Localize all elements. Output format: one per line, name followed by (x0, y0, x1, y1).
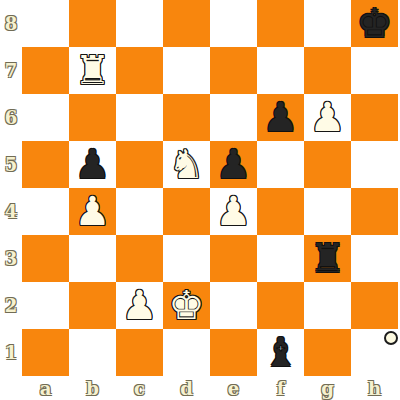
rank-label-6: 6 (0, 94, 22, 141)
square-f4[interactable] (257, 188, 304, 235)
square-g4[interactable] (304, 188, 351, 235)
square-f3[interactable] (257, 235, 304, 282)
square-e4[interactable]: ♟ (210, 188, 257, 235)
square-e1[interactable] (210, 329, 257, 376)
square-a7[interactable] (22, 47, 69, 94)
square-a1[interactable] (22, 329, 69, 376)
rank-label-7: 7 (0, 47, 22, 94)
square-g8[interactable] (304, 0, 351, 47)
square-d4[interactable] (163, 188, 210, 235)
square-d8[interactable] (163, 0, 210, 47)
square-b7[interactable]: ♜ (69, 47, 116, 94)
piece-black-king[interactable]: ♚ (357, 0, 393, 47)
square-f5[interactable] (257, 141, 304, 188)
square-g2[interactable] (304, 282, 351, 329)
square-e7[interactable] (210, 47, 257, 94)
square-a6[interactable] (22, 94, 69, 141)
piece-black-pawn[interactable]: ♟ (75, 141, 111, 188)
piece-black-pawn[interactable]: ♟ (263, 94, 299, 141)
square-c1[interactable] (116, 329, 163, 376)
square-g1[interactable] (304, 329, 351, 376)
rank-label-5: 5 (0, 141, 22, 188)
square-a2[interactable] (22, 282, 69, 329)
rank-label-1: 1 (0, 329, 22, 376)
square-e6[interactable] (210, 94, 257, 141)
square-d6[interactable] (163, 94, 210, 141)
square-g5[interactable] (304, 141, 351, 188)
square-e2[interactable] (210, 282, 257, 329)
square-h8[interactable]: ♚ (351, 0, 398, 47)
piece-white-pawn[interactable]: ♟ (122, 282, 158, 329)
square-a3[interactable] (22, 235, 69, 282)
square-h6[interactable] (351, 94, 398, 141)
square-a5[interactable] (22, 141, 69, 188)
file-label-b: b (69, 376, 116, 400)
square-f2[interactable] (257, 282, 304, 329)
square-h5[interactable] (351, 141, 398, 188)
square-e3[interactable] (210, 235, 257, 282)
file-label-e: e (210, 376, 257, 400)
file-labels: abcdefgh (22, 376, 398, 400)
file-label-c: c (116, 376, 163, 400)
piece-white-rook[interactable]: ♜ (75, 47, 111, 94)
rank-label-2: 2 (0, 282, 22, 329)
turn-indicator (384, 331, 398, 345)
board: ♚♜♟♟♟♞♟♟♟♜♟♚♝ (22, 0, 398, 376)
square-c6[interactable] (116, 94, 163, 141)
piece-black-bishop[interactable]: ♝ (263, 329, 299, 376)
square-b8[interactable] (69, 0, 116, 47)
rank-label-8: 8 (0, 0, 22, 47)
square-c8[interactable] (116, 0, 163, 47)
square-b5[interactable]: ♟ (69, 141, 116, 188)
square-b6[interactable] (69, 94, 116, 141)
piece-white-king[interactable]: ♚ (169, 282, 205, 329)
square-d7[interactable] (163, 47, 210, 94)
square-e8[interactable] (210, 0, 257, 47)
square-g6[interactable]: ♟ (304, 94, 351, 141)
square-f6[interactable]: ♟ (257, 94, 304, 141)
square-c5[interactable] (116, 141, 163, 188)
square-b2[interactable] (69, 282, 116, 329)
square-d3[interactable] (163, 235, 210, 282)
square-c3[interactable] (116, 235, 163, 282)
square-c2[interactable]: ♟ (116, 282, 163, 329)
square-c4[interactable] (116, 188, 163, 235)
chess-diagram: 87654321 ♚♜♟♟♟♞♟♟♟♜♟♚♝ abcdefgh (0, 0, 400, 400)
square-e5[interactable]: ♟ (210, 141, 257, 188)
file-label-g: g (304, 376, 351, 400)
square-f1[interactable]: ♝ (257, 329, 304, 376)
piece-black-rook[interactable]: ♜ (310, 235, 346, 282)
square-c7[interactable] (116, 47, 163, 94)
square-g3[interactable]: ♜ (304, 235, 351, 282)
file-label-h: h (351, 376, 398, 400)
file-label-a: a (22, 376, 69, 400)
square-h3[interactable] (351, 235, 398, 282)
piece-white-pawn[interactable]: ♟ (310, 94, 346, 141)
square-d2[interactable]: ♚ (163, 282, 210, 329)
rank-label-4: 4 (0, 188, 22, 235)
piece-white-pawn[interactable]: ♟ (216, 188, 252, 235)
square-h7[interactable] (351, 47, 398, 94)
square-d5[interactable]: ♞ (163, 141, 210, 188)
rank-label-3: 3 (0, 235, 22, 282)
square-b1[interactable] (69, 329, 116, 376)
piece-white-pawn[interactable]: ♟ (75, 188, 111, 235)
file-label-f: f (257, 376, 304, 400)
square-b4[interactable]: ♟ (69, 188, 116, 235)
square-a4[interactable] (22, 188, 69, 235)
file-label-d: d (163, 376, 210, 400)
square-d1[interactable] (163, 329, 210, 376)
square-h4[interactable] (351, 188, 398, 235)
piece-white-knight[interactable]: ♞ (169, 141, 205, 188)
square-b3[interactable] (69, 235, 116, 282)
square-f7[interactable] (257, 47, 304, 94)
rank-labels: 87654321 (0, 0, 22, 376)
piece-black-pawn[interactable]: ♟ (216, 141, 252, 188)
square-g7[interactable] (304, 47, 351, 94)
square-a8[interactable] (22, 0, 69, 47)
square-h2[interactable] (351, 282, 398, 329)
square-f8[interactable] (257, 0, 304, 47)
